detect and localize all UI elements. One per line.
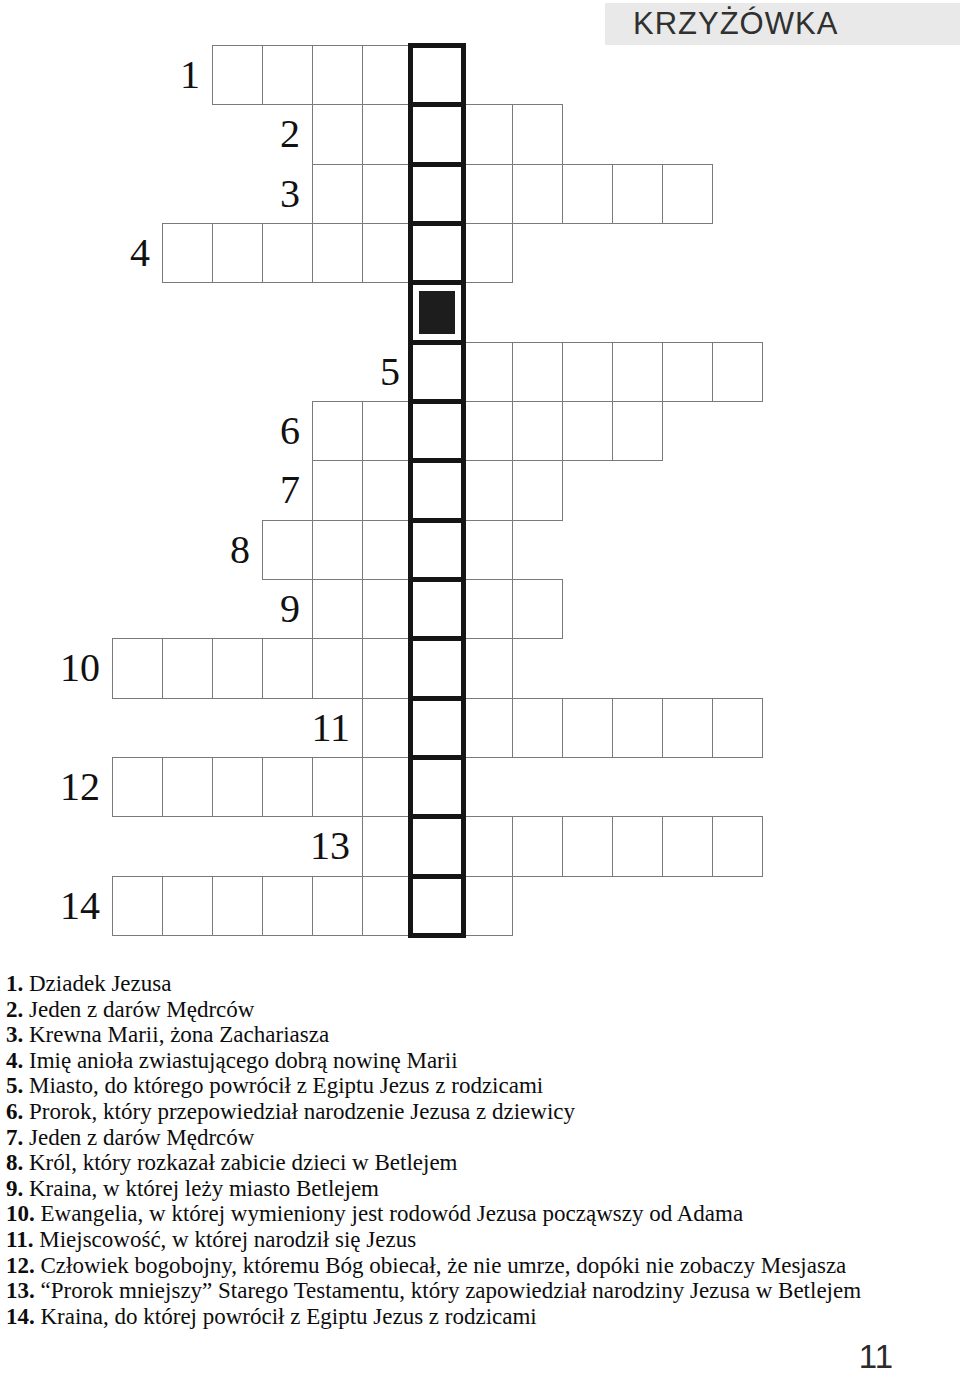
row-number: 4 <box>50 229 150 276</box>
grid-cell[interactable] <box>612 401 663 461</box>
solution-cell[interactable] <box>408 577 466 641</box>
grid-cell[interactable] <box>162 876 213 936</box>
grid-cell[interactable] <box>262 520 313 580</box>
grid-cell[interactable] <box>312 579 363 639</box>
grid-cell[interactable] <box>312 460 363 520</box>
grid-cell[interactable] <box>712 698 763 758</box>
clue-number: 9. <box>6 1176 23 1201</box>
grid-cell[interactable] <box>462 520 513 580</box>
grid-cell[interactable] <box>462 638 513 698</box>
grid-cell[interactable] <box>512 401 563 461</box>
clue-text: Człowiek bogobojny, któremu Bóg obiecał,… <box>41 1253 847 1278</box>
clue-text: Kraina, w której leży miasto Betlejem <box>29 1176 379 1201</box>
clue-item: 7. Jeden z darów Mędrców <box>6 1125 956 1151</box>
grid-cell[interactable] <box>512 579 563 639</box>
grid-cell[interactable] <box>462 401 513 461</box>
clue-item: 10. Ewangelia, w której wymieniony jest … <box>6 1201 956 1227</box>
clue-item: 2. Jeden z darów Mędrców <box>6 997 956 1023</box>
clue-item: 13. “Prorok mniejszy” Starego Testamentu… <box>6 1278 956 1304</box>
clue-number: 4. <box>6 1048 23 1073</box>
clue-number: 13. <box>6 1278 35 1303</box>
clue-item: 1. Dziadek Jezusa <box>6 971 956 997</box>
solution-cell[interactable] <box>408 162 466 226</box>
grid-cell[interactable] <box>362 876 413 936</box>
grid-cell[interactable] <box>312 876 363 936</box>
grid-cell[interactable] <box>462 816 513 876</box>
clue-number: 7. <box>6 1125 23 1150</box>
clue-item: 12. Człowiek bogobojny, któremu Bóg obie… <box>6 1253 956 1279</box>
clue-number: 6. <box>6 1099 23 1124</box>
page-number: 11 <box>823 1338 893 1376</box>
grid-cell[interactable] <box>362 520 413 580</box>
row-number: 7 <box>200 466 300 513</box>
grid-cell[interactable] <box>312 104 363 164</box>
grid-cell[interactable] <box>362 223 413 283</box>
row-number: 8 <box>150 526 250 573</box>
grid-cell[interactable] <box>112 757 163 817</box>
grid-cell[interactable] <box>162 757 213 817</box>
grid-cell[interactable] <box>362 757 413 817</box>
grid-cell[interactable] <box>362 638 413 698</box>
clue-text: Imię anioła zwiastującego dobrą nowinę M… <box>29 1048 458 1073</box>
blocked-cell-frame <box>408 280 466 344</box>
clue-text: “Prorok mniejszy” Starego Testamentu, kt… <box>41 1278 862 1303</box>
grid-cell[interactable] <box>362 401 413 461</box>
clue-item: 11. Miejscowość, w której narodził się J… <box>6 1227 956 1253</box>
row-number: 9 <box>200 585 300 632</box>
grid-cell[interactable] <box>562 698 613 758</box>
grid-cell[interactable] <box>362 104 413 164</box>
page-title: KRZYŻÓWKA <box>605 6 838 42</box>
clue-text: Jeden z darów Mędrców <box>29 997 254 1022</box>
grid-cell[interactable] <box>362 698 413 758</box>
grid-cell[interactable] <box>612 816 663 876</box>
grid-cell[interactable] <box>312 638 363 698</box>
grid-cell[interactable] <box>312 520 363 580</box>
solution-cell[interactable] <box>408 221 466 285</box>
solution-cell[interactable] <box>408 43 466 107</box>
clue-list: 1. Dziadek Jezusa2. Jeden z darów Mędrcó… <box>6 971 956 1329</box>
grid-cell[interactable] <box>612 698 663 758</box>
grid-cell[interactable] <box>562 164 613 224</box>
row-number: 2 <box>200 110 300 157</box>
grid-cell[interactable] <box>512 816 563 876</box>
row-number: 10 <box>0 644 100 691</box>
clue-item: 3. Krewna Marii, żona Zachariasza <box>6 1022 956 1048</box>
clue-number: 2. <box>6 997 23 1022</box>
row-number: 6 <box>200 407 300 454</box>
grid-cell[interactable] <box>312 757 363 817</box>
clue-text: Kraina, do której powrócił z Egiptu Jezu… <box>41 1304 537 1329</box>
clue-number: 1. <box>6 971 23 996</box>
solution-cell[interactable] <box>408 399 466 463</box>
grid-cell[interactable] <box>462 104 513 164</box>
grid-cell[interactable] <box>662 816 713 876</box>
grid-cell[interactable] <box>262 45 313 105</box>
solution-cell[interactable] <box>408 874 466 938</box>
solution-cell[interactable] <box>408 518 466 582</box>
grid-cell[interactable] <box>212 757 263 817</box>
grid-cell[interactable] <box>112 638 163 698</box>
grid-cell[interactable] <box>612 164 663 224</box>
solution-cell[interactable] <box>408 696 466 760</box>
grid-cell[interactable] <box>162 223 213 283</box>
grid-cell[interactable] <box>512 698 563 758</box>
grid-cell[interactable] <box>212 876 263 936</box>
grid-cell[interactable] <box>662 342 713 402</box>
grid-cell[interactable] <box>612 342 663 402</box>
grid-cell[interactable] <box>312 45 363 105</box>
grid-cell[interactable] <box>662 164 713 224</box>
blocked-cell <box>419 291 455 333</box>
row-number: 11 <box>250 704 350 751</box>
clue-text: Miasto, do którego powrócił z Egiptu Jez… <box>29 1073 543 1098</box>
grid-cell[interactable] <box>362 164 413 224</box>
clue-text: Krewna Marii, żona Zachariasza <box>29 1022 329 1047</box>
clue-item: 4. Imię anioła zwiastującego dobrą nowin… <box>6 1048 956 1074</box>
clue-number: 5. <box>6 1073 23 1098</box>
grid-cell[interactable] <box>212 223 263 283</box>
grid-cell[interactable] <box>112 876 163 936</box>
solution-cell[interactable] <box>408 102 466 166</box>
clue-text: Król, który rozkazał zabicie dzieci w Be… <box>29 1150 458 1175</box>
grid-cell[interactable] <box>462 223 513 283</box>
title-banner: KRZYŻÓWKA <box>605 3 960 45</box>
grid-cell[interactable] <box>362 45 413 105</box>
grid-cell[interactable] <box>362 816 413 876</box>
grid-cell[interactable] <box>262 876 313 936</box>
grid-cell[interactable] <box>312 401 363 461</box>
clue-number: 12. <box>6 1253 35 1278</box>
clue-item: 9. Kraina, w której leży miasto Betlejem <box>6 1176 956 1202</box>
grid-cell[interactable] <box>162 638 213 698</box>
grid-cell[interactable] <box>462 460 513 520</box>
clue-number: 10. <box>6 1201 35 1226</box>
clue-number: 11. <box>6 1227 33 1252</box>
clue-item: 6. Prorok, który przepowiedział narodzen… <box>6 1099 956 1125</box>
clue-text: Prorok, który przepowiedział narodzenie … <box>29 1099 575 1124</box>
grid-cell[interactable] <box>462 342 513 402</box>
clue-text: Miejscowość, w której narodził się Jezus <box>39 1227 416 1252</box>
grid-cell[interactable] <box>212 638 263 698</box>
row-number: 5 <box>300 348 400 395</box>
grid-cell[interactable] <box>512 164 563 224</box>
grid-cell[interactable] <box>712 816 763 876</box>
grid-cell[interactable] <box>212 45 263 105</box>
clue-number: 8. <box>6 1150 23 1175</box>
grid-cell[interactable] <box>562 401 613 461</box>
grid-cell[interactable] <box>512 342 563 402</box>
grid-cell[interactable] <box>462 579 513 639</box>
clue-item: 14. Kraina, do której powrócił z Egiptu … <box>6 1304 956 1330</box>
grid-cell[interactable] <box>562 342 613 402</box>
grid-cell[interactable] <box>312 223 363 283</box>
clue-item: 5. Miasto, do którego powrócił z Egiptu … <box>6 1073 956 1099</box>
grid-cell[interactable] <box>462 164 513 224</box>
grid-cell[interactable] <box>712 342 763 402</box>
grid-cell[interactable] <box>512 460 563 520</box>
grid-cell[interactable] <box>462 698 513 758</box>
clue-number: 14. <box>6 1304 35 1329</box>
row-number: 13 <box>250 822 350 869</box>
clue-number: 3. <box>6 1022 23 1047</box>
solution-cell[interactable] <box>408 458 466 522</box>
grid-cell[interactable] <box>512 104 563 164</box>
grid-cell[interactable] <box>662 698 713 758</box>
grid-cell[interactable] <box>362 460 413 520</box>
grid-cell[interactable] <box>562 816 613 876</box>
solution-cell[interactable] <box>408 636 466 700</box>
grid-cell[interactable] <box>262 757 313 817</box>
row-number: 14 <box>0 882 100 929</box>
solution-cell[interactable] <box>408 340 466 404</box>
row-number: 12 <box>0 763 100 810</box>
row-number: 3 <box>200 170 300 217</box>
grid-cell[interactable] <box>262 638 313 698</box>
clue-text: Jeden z darów Mędrców <box>29 1125 254 1150</box>
row-number: 1 <box>100 51 200 98</box>
grid-cell[interactable] <box>362 579 413 639</box>
clue-text: Ewangelia, w której wymieniony jest rodo… <box>41 1201 744 1226</box>
grid-cell[interactable] <box>312 164 363 224</box>
clue-item: 8. Król, który rozkazał zabicie dzieci w… <box>6 1150 956 1176</box>
clue-text: Dziadek Jezusa <box>29 971 171 996</box>
solution-cell[interactable] <box>408 814 466 878</box>
crossword-page: { "game": "crossword (krzyżówka) — Polis… <box>0 0 960 1380</box>
solution-cell[interactable] <box>408 755 466 819</box>
grid-cell[interactable] <box>462 876 513 936</box>
grid-cell[interactable] <box>262 223 313 283</box>
